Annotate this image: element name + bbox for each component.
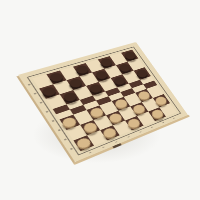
coordinate-mark xyxy=(46,111,49,113)
coordinate-mark xyxy=(115,141,117,143)
coordinate-mark xyxy=(40,102,43,104)
coordinate-mark xyxy=(139,131,141,133)
coordinate-mark xyxy=(102,146,105,148)
coordinate-mark xyxy=(28,84,31,86)
coordinate-mark xyxy=(34,93,37,95)
coordinate-mark xyxy=(127,136,129,138)
coordinate-mark xyxy=(64,138,67,140)
coordinate-mark xyxy=(173,117,175,119)
coordinate-mark xyxy=(52,120,55,122)
coordinate-mark xyxy=(162,122,164,124)
coordinate-mark xyxy=(58,129,61,131)
coordinate-mark xyxy=(89,152,92,154)
coordinate-mark xyxy=(70,148,73,150)
coordinate-mark xyxy=(151,126,153,128)
checkers-set-photo: ●●●●●●●●●●●●●●●●●●●●●●●● xyxy=(0,0,200,200)
